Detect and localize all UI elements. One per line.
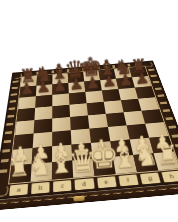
square-e4 bbox=[88, 114, 108, 129]
black-pawn: ♟ bbox=[52, 77, 67, 94]
square-a5 bbox=[17, 108, 36, 122]
file-label: g bbox=[140, 173, 161, 185]
square-b5 bbox=[34, 106, 52, 120]
square-h5 bbox=[138, 97, 159, 110]
square-h4 bbox=[141, 109, 163, 124]
square-h1: ♜ bbox=[154, 152, 178, 171]
file-label: c bbox=[53, 180, 71, 192]
file-label: d bbox=[75, 178, 94, 190]
square-g4 bbox=[124, 111, 146, 126]
clasp bbox=[74, 195, 85, 201]
square-e5 bbox=[87, 102, 106, 116]
square-f4 bbox=[106, 112, 127, 127]
square-c7: ♟ bbox=[52, 83, 69, 95]
square-a6 bbox=[18, 96, 36, 109]
scene-perspective: ♜♞♝♛♚♝♞♜♟♟♟♟♟♟♟♟♟♟♟♟♟♟♟♟♜♞♝♛♚♝♞♜ abcdefg… bbox=[0, 35, 178, 199]
black-pawn: ♟ bbox=[36, 79, 51, 96]
chess-board: ♜♞♝♛♚♝♞♜♟♟♟♟♟♟♟♟♟♟♟♟♟♟♟♟♜♞♝♛♚♝♞♜ abcdefg… bbox=[0, 60, 178, 200]
square-e6 bbox=[85, 91, 103, 104]
board-frame: ♜♞♝♛♚♝♞♜♟♟♟♟♟♟♟♟♟♟♟♟♟♟♟♟♜♞♝♛♚♝♞♜ abcdefg… bbox=[0, 60, 178, 200]
file-label: a bbox=[9, 184, 28, 196]
black-pawn: ♟ bbox=[69, 76, 84, 93]
white-rook: ♜ bbox=[155, 142, 178, 169]
file-label: b bbox=[31, 182, 50, 194]
file-label: f bbox=[118, 174, 138, 186]
square-g1: ♞ bbox=[133, 153, 158, 172]
square-d4 bbox=[70, 115, 89, 130]
product-photo-stage: ♜♞♝♛♚♝♞♜♟♟♟♟♟♟♟♟♟♟♟♟♟♟♟♟♜♞♝♛♚♝♞♜ abcdefg… bbox=[0, 0, 178, 222]
square-d5 bbox=[69, 103, 87, 117]
black-pawn: ♟ bbox=[19, 80, 34, 97]
black-pawn: ♟ bbox=[135, 70, 150, 87]
file-label: e bbox=[97, 176, 117, 188]
black-pawn: ♟ bbox=[102, 73, 117, 90]
file-label: h bbox=[161, 171, 178, 183]
black-pawn: ♟ bbox=[118, 72, 133, 89]
square-d6 bbox=[69, 92, 87, 105]
black-pawn: ♟ bbox=[85, 74, 100, 91]
